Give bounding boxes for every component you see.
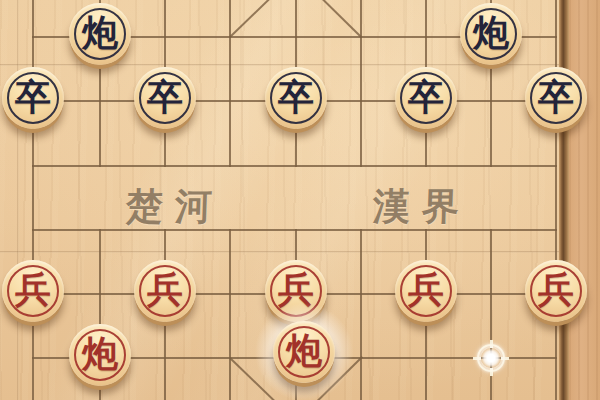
wood-seam — [0, 64, 600, 66]
grid-line — [32, 0, 34, 400]
piece-black-cannon[interactable]: 炮 — [460, 3, 522, 65]
grid-line — [229, 229, 231, 400]
palace-diagonal-line — [295, 0, 362, 38]
piece-ring — [7, 72, 59, 124]
piece-ring — [400, 72, 452, 124]
piece-red-cannon[interactable]: 炮 — [273, 321, 335, 383]
river-label-han-jie: 漢界 — [372, 188, 471, 225]
piece-ring — [270, 72, 322, 124]
grid-line — [490, 229, 492, 400]
piece-ring — [465, 8, 517, 60]
wood-seam — [17, 0, 19, 400]
piece-red-soldier[interactable]: 兵 — [2, 260, 64, 322]
piece-ring — [278, 326, 330, 378]
grid-line — [229, 0, 231, 167]
piece-red-soldier[interactable]: 炮 — [69, 324, 131, 386]
board-right-margin — [569, 0, 600, 400]
piece-black-soldier[interactable]: 卒 — [2, 67, 64, 129]
piece-ring — [400, 265, 452, 317]
piece-ring — [139, 72, 191, 124]
piece-black-soldier[interactable]: 卒 — [395, 67, 457, 129]
piece-black-soldier[interactable]: 卒 — [525, 67, 587, 129]
grid-line — [360, 229, 362, 400]
piece-red-soldier[interactable]: 兵 — [265, 260, 327, 322]
piece-black-soldier[interactable]: 卒 — [265, 67, 327, 129]
wood-seam — [0, 251, 600, 253]
piece-ring — [7, 265, 59, 317]
piece-red-cannon[interactable]: 兵 — [525, 260, 587, 322]
grid-line — [360, 0, 362, 167]
xiangqi-game-screen: 楚河 漢界 炮炮卒卒卒卒卒兵兵兵兵炮兵炮 — [0, 0, 600, 400]
river-label-chu-he: 楚河 — [125, 188, 224, 225]
piece-red-soldier[interactable]: 兵 — [134, 260, 196, 322]
piece-ring — [139, 265, 191, 317]
grid-line — [555, 0, 557, 400]
piece-ring — [530, 72, 582, 124]
piece-ring — [74, 8, 126, 60]
piece-black-soldier[interactable]: 卒 — [134, 67, 196, 129]
piece-black-cannon[interactable]: 炮 — [69, 3, 131, 65]
piece-ring — [530, 265, 582, 317]
piece-red-soldier[interactable]: 兵 — [395, 260, 457, 322]
piece-ring — [270, 265, 322, 317]
palace-diagonal-line — [229, 0, 297, 38]
board-right-border — [559, 0, 569, 400]
piece-ring — [74, 329, 126, 381]
